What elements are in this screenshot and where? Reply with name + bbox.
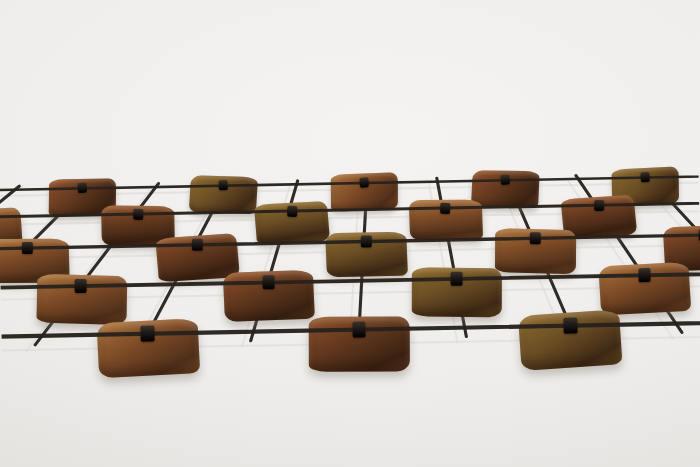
horizontal-wires	[0, 0, 700, 467]
horizontal-wire-shadow	[0, 280, 700, 304]
copper-plate	[471, 170, 540, 208]
copper-plate	[254, 201, 330, 245]
wire-clip	[75, 279, 87, 293]
copper-plate	[309, 316, 410, 372]
grid-wire-vertical	[0, 186, 22, 349]
grid-wire-vertical	[437, 178, 466, 337]
grid-wire-horizontal	[0, 315, 700, 342]
grid-wire-horizontal	[0, 268, 700, 292]
copper-plate	[96, 318, 199, 378]
wire-clips-layer	[0, 0, 700, 467]
copper-plate	[561, 195, 638, 240]
vertical-wire-shadow	[239, 186, 293, 347]
wire-clip	[359, 178, 369, 189]
copper-plate	[325, 231, 407, 277]
wire-clip	[440, 202, 450, 213]
grid-wire-horizontal	[0, 199, 700, 219]
copper-plate	[0, 207, 23, 250]
vertical-wire-shadow	[0, 191, 14, 355]
wire-clip	[133, 208, 143, 219]
horizontal-wire-shadow	[0, 207, 700, 227]
vertical-wire-shadow	[499, 181, 566, 342]
wire-grid-sculpture	[0, 0, 700, 467]
grid-wire-horizontal	[0, 173, 700, 191]
wire-clip	[352, 322, 366, 338]
horizontal-wire-shadow	[0, 240, 700, 262]
copper-plate	[612, 166, 680, 206]
grid-wire-vertical	[355, 180, 370, 339]
grid-wire-vertical	[248, 181, 301, 341]
copper-plate	[408, 200, 483, 240]
wire-clip	[141, 326, 155, 342]
copper-plate	[495, 228, 576, 274]
copper-plate	[101, 205, 175, 246]
copper-plate	[412, 267, 502, 317]
wire-clip	[191, 239, 202, 251]
grid-wire-vertical	[506, 176, 574, 336]
vertical-wire-shadow	[131, 187, 223, 349]
wire-clip	[594, 199, 604, 210]
grid-wire-vertical	[140, 182, 231, 343]
wire-clip	[500, 175, 510, 186]
wire-clip	[360, 235, 371, 247]
copper-plate	[36, 274, 126, 326]
vertical-wire-shadow	[638, 177, 700, 340]
wire-clip	[22, 242, 33, 254]
copper-plate	[0, 238, 69, 282]
wire-clip	[638, 268, 650, 282]
wire-clip	[78, 183, 88, 194]
horizontal-wire-shadow	[0, 329, 700, 356]
wire-clip	[287, 205, 297, 216]
horizontal-wire-shadow	[0, 179, 700, 197]
copper-plate	[189, 175, 258, 214]
copper-plate	[518, 309, 622, 371]
vertical-wire-shadow	[568, 179, 673, 341]
grid-wire-vertical	[32, 184, 161, 345]
wire-clip	[641, 172, 651, 183]
copper-plate	[155, 233, 239, 282]
copper-plate	[223, 270, 315, 322]
vertical-wires-and-shadows	[0, 0, 700, 467]
wire-clip	[529, 232, 540, 244]
copper-plate	[662, 224, 700, 271]
copper-plates-layer	[0, 0, 700, 467]
copper-plate	[49, 178, 117, 216]
vertical-wire-shadow	[347, 185, 363, 345]
vertical-wire-shadow	[0, 190, 84, 353]
grid-wire-vertical	[576, 174, 682, 335]
vertical-wire-shadow	[23, 189, 153, 351]
wire-clip	[218, 180, 228, 191]
vertical-wire-shadow	[429, 183, 458, 343]
copper-plate	[598, 262, 690, 316]
wire-clip	[263, 276, 275, 290]
studio-backdrop	[0, 0, 700, 467]
grid-wire-vertical	[646, 172, 700, 334]
wire-clip	[563, 318, 577, 334]
grid-wire-vertical	[0, 185, 92, 347]
grid-wire-horizontal	[0, 230, 700, 252]
wire-clip	[450, 272, 462, 286]
copper-plate	[331, 172, 398, 211]
